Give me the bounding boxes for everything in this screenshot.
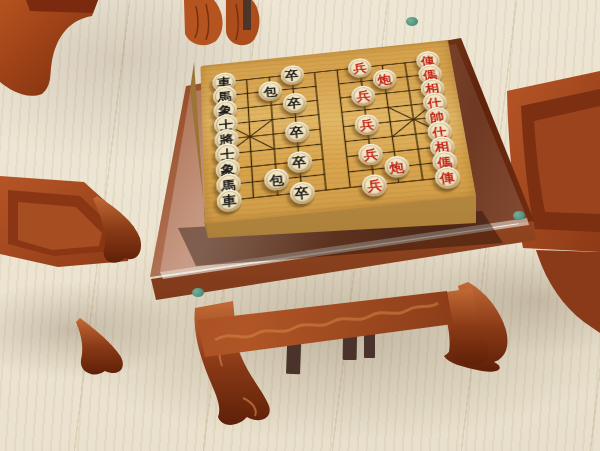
piece-glyph: 兵: [352, 61, 367, 74]
piece-black-soldier[interactable]: 卒: [282, 92, 307, 114]
piece-glyph: 卒: [287, 96, 302, 109]
chair-paw-foot: [184, 0, 223, 45]
piece-red-soldier[interactable]: 兵: [350, 85, 376, 107]
piece-black-soldier[interactable]: 卒: [286, 150, 312, 174]
piece-glyph: 俥: [439, 170, 456, 184]
piece-glyph: 炮: [377, 73, 392, 86]
piece-red-cannon[interactable]: 炮: [383, 155, 410, 179]
piece-red-soldier[interactable]: 兵: [357, 142, 384, 165]
chair-paw-foot: [226, 0, 260, 45]
piece-glyph: 卒: [292, 155, 307, 169]
chair-rail: [26, 0, 98, 13]
xiangqi-board: 車卒兵俥馬包炮傌象卒兵相士仕將卒兵帥士仕象卒兵相馬包炮傌車卒兵俥: [200, 40, 476, 224]
piece-glyph: 兵: [359, 118, 374, 131]
piece-glyph: 兵: [363, 147, 379, 161]
piece-glyph: 卒: [294, 185, 310, 199]
piece-black-cannon[interactable]: 包: [264, 168, 290, 192]
piece-glyph: 包: [263, 85, 277, 98]
piece-glyph: 卒: [289, 125, 304, 139]
piece-glyph: 包: [269, 172, 284, 186]
piece-black-cannon[interactable]: 包: [258, 80, 283, 102]
piece-glyph: 車: [222, 193, 237, 208]
right-stool-leg: [536, 250, 600, 333]
chair-stick-leg: [243, 0, 251, 30]
piece-glyph: 兵: [356, 89, 371, 102]
piece-glyph: 炮: [388, 160, 404, 174]
left-stool-leg: [76, 318, 123, 374]
glass-corner-pad: [513, 211, 525, 220]
piece-red-cannon[interactable]: 炮: [371, 68, 397, 90]
room-photo-scene: 車卒兵俥馬包炮傌象卒兵相士仕將卒兵帥士仕象卒兵相馬包炮傌車卒兵俥: [0, 0, 600, 451]
glass-corner-pad: [192, 288, 204, 297]
piece-glyph: 兵: [366, 178, 382, 192]
chair-fragment: [0, 0, 98, 96]
piece-red-soldier[interactable]: 兵: [354, 113, 380, 136]
glass-corner-pad: [406, 17, 418, 26]
piece-red-soldier[interactable]: 兵: [347, 57, 372, 78]
piece-glyph: 卒: [285, 68, 299, 81]
piece-black-soldier[interactable]: 卒: [284, 120, 310, 143]
right-stool-panel: [534, 106, 600, 214]
board-grid: 車卒兵俥馬包炮傌象卒兵相士仕將卒兵帥士仕象卒兵相馬包炮傌車卒兵俥: [213, 53, 461, 210]
